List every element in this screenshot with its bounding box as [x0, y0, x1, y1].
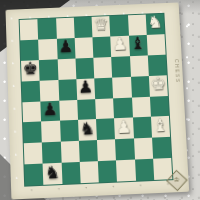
square-a6: ♚: [21, 60, 40, 81]
square-h5: ♚: [149, 75, 168, 96]
square-f6: [111, 56, 130, 77]
square-b6: [39, 59, 58, 80]
chess-board: ♛♞♟♟♝♚♟♚♟♞♟♝♞: [19, 13, 174, 187]
square-c2: [60, 141, 79, 163]
piece-black-bishop-g7: ♝: [130, 35, 146, 52]
square-f2: [115, 139, 134, 161]
piece-black-pawn-b4: ♟: [42, 101, 58, 119]
square-g7: ♝: [128, 35, 147, 56]
square-f5: [112, 76, 131, 97]
square-e2: [97, 139, 116, 161]
square-h2: [152, 137, 171, 159]
chessboard-photo: ♛♞♟♟♝♚♟♚♟♞♟♝♞ CHESS ♔: [0, 0, 200, 200]
piece-black-pawn-c7: ♟: [58, 38, 74, 55]
square-b8: [38, 18, 57, 39]
piece-black-knight-d3: ♞: [79, 120, 95, 138]
piece-white-queen-e8: ♛: [93, 16, 109, 33]
square-d8: [74, 17, 93, 38]
square-a1: [24, 164, 43, 186]
square-a5: [22, 80, 41, 101]
square-b7: [38, 39, 57, 60]
square-e3: [96, 119, 115, 141]
square-g1: [135, 159, 154, 181]
square-c3: [60, 120, 79, 142]
square-c7: ♟: [56, 38, 75, 59]
board-logo-crown-icon: ♔: [174, 177, 181, 184]
square-h7: [147, 34, 166, 55]
square-d2: [79, 140, 98, 162]
square-c4: [59, 99, 78, 121]
square-c6: [57, 58, 76, 79]
piece-white-pawn-f7: ♟: [112, 36, 128, 53]
square-c1: [61, 162, 80, 184]
square-f7: ♟: [110, 36, 129, 57]
square-f3: ♟: [114, 118, 133, 140]
square-a3: [23, 122, 42, 144]
square-a2: [24, 143, 43, 165]
square-h8: ♞: [145, 14, 164, 35]
square-g5: [130, 76, 149, 97]
square-e1: [98, 160, 117, 182]
square-g6: [129, 55, 148, 76]
square-f1: [116, 160, 135, 182]
square-d3: ♞: [78, 119, 97, 141]
piece-white-pawn-f3: ♟: [116, 118, 132, 136]
piece-black-knight-b1: ♞: [44, 163, 60, 181]
square-g3: [132, 117, 151, 139]
square-d1: [80, 161, 99, 183]
piece-black-pawn-d5: ♟: [78, 78, 94, 95]
square-c5: [58, 79, 77, 100]
square-a4: [22, 101, 41, 123]
square-e4: [95, 98, 114, 120]
square-b1: ♞: [43, 163, 62, 185]
piece-white-bishop-h3: ♝: [152, 117, 168, 135]
square-e5: [94, 77, 113, 98]
piece-white-knight-h8: ♞: [147, 14, 163, 31]
square-e6: [93, 57, 112, 78]
square-b3: [41, 121, 60, 143]
square-d7: [74, 37, 93, 58]
square-g4: [131, 96, 150, 118]
piece-black-king-a6: ♚: [22, 60, 38, 77]
square-e7: [92, 36, 111, 57]
square-a8: [20, 19, 39, 40]
chess-board-sheet: ♛♞♟♟♝♚♟♚♟♞♟♝♞ CHESS ♔: [5, 2, 189, 199]
square-d5: ♟: [76, 78, 95, 99]
square-e8: ♛: [92, 16, 111, 37]
piece-white-king-h5: ♚: [150, 75, 166, 92]
square-b4: ♟: [41, 100, 60, 122]
board-edge-brand-text: CHESS: [174, 59, 181, 84]
square-g2: [134, 138, 153, 160]
square-h3: ♝: [151, 116, 170, 138]
